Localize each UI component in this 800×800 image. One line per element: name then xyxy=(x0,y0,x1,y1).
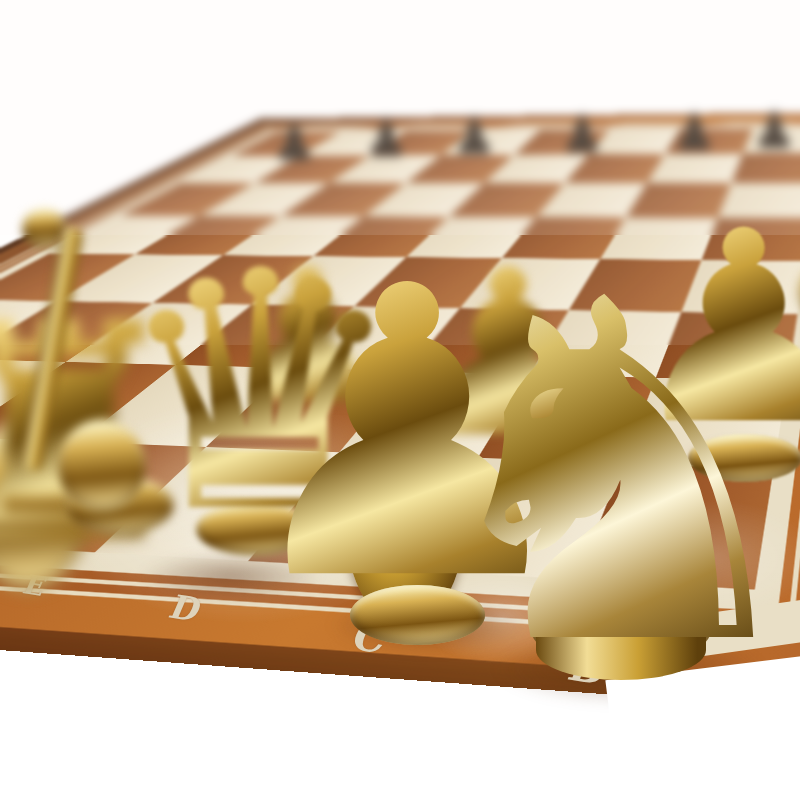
depth-of-field-blur-mid xyxy=(0,235,800,345)
chess-photo-canvas: EDCB ♜♛♟♟♟♞♟♝♟♟♟♟♟♟ xyxy=(0,0,800,800)
depth-of-field-blur-far xyxy=(0,0,800,235)
